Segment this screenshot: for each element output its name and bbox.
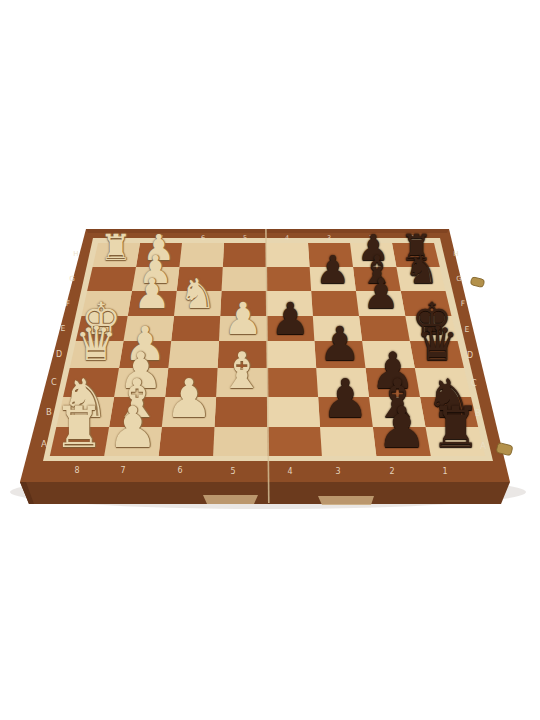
piece-black-Q-d8[interactable]: ♛	[416, 320, 458, 367]
file-label-left: E	[61, 324, 66, 333]
square-d3[interactable]	[168, 341, 219, 368]
square-g1[interactable]	[87, 267, 136, 291]
rank-label-near: 6	[177, 466, 182, 475]
file-label-left: H	[73, 250, 78, 258]
file-label-left: D	[56, 350, 62, 359]
square-b4[interactable]	[215, 397, 268, 427]
file-label-left: F	[66, 299, 70, 308]
square-b5[interactable]	[267, 397, 320, 427]
piece-white-N-f3[interactable]: ♞	[179, 274, 216, 315]
square-g5[interactable]	[266, 267, 311, 291]
square-a4[interactable]	[213, 427, 267, 456]
brass-clasp-icon	[470, 277, 485, 288]
piece-black-P-a7[interactable]: ♟	[377, 399, 428, 456]
rank-label-near: 3	[335, 467, 340, 476]
piece-white-P-f2[interactable]: ♟	[133, 274, 170, 315]
rank-label-far: 6	[201, 234, 205, 242]
piece-black-P-e5[interactable]: ♟	[270, 296, 310, 340]
file-label-left: B	[46, 407, 52, 417]
piece-black-R-a8[interactable]: ♜	[430, 399, 481, 456]
file-label-right: F	[461, 299, 465, 308]
rank-label-near: 7	[120, 466, 125, 475]
piece-black-N-g8[interactable]: ♞	[404, 251, 439, 290]
rank-label-near: 5	[230, 467, 235, 476]
file-label-right: G	[456, 274, 462, 283]
square-a6[interactable]	[320, 427, 376, 456]
piece-black-P-g6[interactable]: ♟	[316, 251, 351, 290]
file-label-left: G	[69, 274, 75, 283]
piece-white-P-a2[interactable]: ♟	[107, 399, 158, 456]
piece-white-P-b3[interactable]: ♟	[165, 372, 213, 426]
rank-label-far: 4	[285, 234, 289, 242]
rank-label-near: 8	[74, 466, 79, 475]
piece-black-P-d6[interactable]: ♟	[319, 320, 361, 367]
piece-white-P-e4[interactable]: ♟	[223, 296, 263, 340]
square-g4[interactable]	[222, 267, 267, 291]
file-label-left: A	[41, 439, 47, 449]
rank-label-far: 5	[243, 234, 247, 242]
file-label-right: E	[465, 325, 470, 334]
frame-far-edge	[86, 229, 449, 233]
square-f6[interactable]	[311, 291, 359, 316]
box-recess-left	[203, 495, 258, 504]
piece-black-P-b6[interactable]: ♟	[321, 372, 369, 426]
box-front-face	[20, 482, 510, 504]
piece-white-R-h1[interactable]: ♜	[100, 230, 132, 266]
box-recess-right	[318, 496, 374, 505]
file-label-right: H	[453, 250, 458, 258]
file-label-left: C	[51, 377, 57, 387]
square-h5[interactable]	[266, 243, 310, 267]
square-h4[interactable]	[223, 243, 266, 267]
product-photo-canvas: HH88GG77FF66EE55DD44CC33BB22AA11 ♜♟♟♜♞♝♟…	[0, 0, 540, 720]
piece-white-Q-d1[interactable]: ♛	[75, 320, 117, 367]
rank-label-near: 4	[287, 467, 292, 476]
square-e3[interactable]	[171, 316, 220, 341]
file-label-right: D	[467, 351, 473, 360]
piece-white-R-a1[interactable]: ♜	[54, 399, 105, 456]
square-e7[interactable]	[359, 316, 410, 341]
rank-label-near: 2	[389, 467, 394, 476]
rank-label-far: 3	[327, 234, 331, 242]
square-c5[interactable]	[267, 368, 318, 397]
rank-label-near: 1	[442, 467, 447, 476]
square-a3[interactable]	[159, 427, 215, 456]
square-h3[interactable]	[179, 243, 224, 267]
square-a5[interactable]	[267, 427, 322, 456]
square-d5[interactable]	[267, 341, 317, 368]
piece-black-P-f7[interactable]: ♟	[362, 274, 399, 315]
piece-white-B-c4[interactable]: ♝	[219, 345, 264, 395]
